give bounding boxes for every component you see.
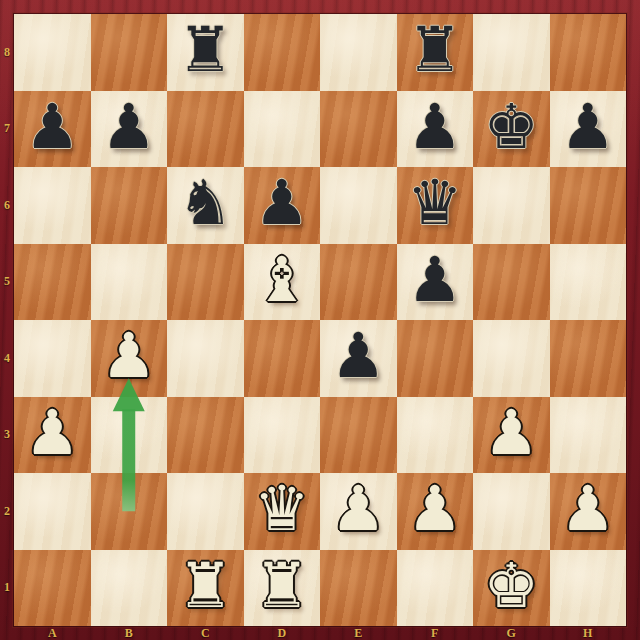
- square-a3[interactable]: ♟: [14, 397, 91, 474]
- white-king-g1: ♚: [483, 548, 539, 625]
- square-f3[interactable]: [397, 397, 474, 474]
- square-a7[interactable]: ♟: [14, 91, 91, 168]
- black-knight-c6: ♞: [177, 165, 233, 242]
- square-c7[interactable]: [167, 91, 244, 168]
- white-pawn-b4: ♟: [101, 318, 157, 395]
- square-g1[interactable]: ♚: [473, 550, 550, 627]
- file-label-c: C: [167, 626, 244, 640]
- black-pawn-f5: ♟: [407, 242, 463, 319]
- white-pawn-h2: ♟: [560, 471, 616, 548]
- square-a4[interactable]: [14, 320, 91, 397]
- square-a8[interactable]: [14, 14, 91, 91]
- black-queen-f6: ♛: [407, 165, 463, 242]
- black-rook-f8: ♜: [407, 12, 463, 89]
- square-f4[interactable]: [397, 320, 474, 397]
- square-c6[interactable]: ♞: [167, 167, 244, 244]
- file-label-h: H: [550, 626, 627, 640]
- square-d3[interactable]: [244, 397, 321, 474]
- square-h5[interactable]: [550, 244, 627, 321]
- square-d6[interactable]: ♟: [244, 167, 321, 244]
- square-h4[interactable]: [550, 320, 627, 397]
- square-g5[interactable]: [473, 244, 550, 321]
- square-d2[interactable]: ♛: [244, 473, 321, 550]
- rank-label-7: 7: [0, 91, 14, 168]
- square-g6[interactable]: [473, 167, 550, 244]
- file-label-e: E: [320, 626, 397, 640]
- square-f8[interactable]: ♜: [397, 14, 474, 91]
- square-g8[interactable]: [473, 14, 550, 91]
- square-a1[interactable]: [14, 550, 91, 627]
- square-e5[interactable]: [320, 244, 397, 321]
- square-g2[interactable]: [473, 473, 550, 550]
- square-f5[interactable]: ♟: [397, 244, 474, 321]
- rank-label-5: 5: [0, 244, 14, 321]
- square-d8[interactable]: [244, 14, 321, 91]
- white-rook-c1: ♜: [177, 548, 233, 625]
- square-c1[interactable]: ♜: [167, 550, 244, 627]
- square-g4[interactable]: [473, 320, 550, 397]
- rank-label-8: 8: [0, 14, 14, 91]
- black-king-g7: ♚: [483, 89, 539, 166]
- square-b7[interactable]: ♟: [91, 91, 168, 168]
- white-queen-d2: ♛: [254, 471, 310, 548]
- square-d5[interactable]: ♝: [244, 244, 321, 321]
- square-f1[interactable]: [397, 550, 474, 627]
- square-b8[interactable]: [91, 14, 168, 91]
- square-e2[interactable]: ♟: [320, 473, 397, 550]
- square-a2[interactable]: [14, 473, 91, 550]
- file-label-d: D: [244, 626, 321, 640]
- square-h8[interactable]: [550, 14, 627, 91]
- square-d4[interactable]: [244, 320, 321, 397]
- file-label-a: A: [14, 626, 91, 640]
- file-label-g: G: [473, 626, 550, 640]
- rank-label-1: 1: [0, 550, 14, 627]
- square-e6[interactable]: [320, 167, 397, 244]
- black-pawn-h7: ♟: [560, 89, 616, 166]
- square-c8[interactable]: ♜: [167, 14, 244, 91]
- square-b1[interactable]: [91, 550, 168, 627]
- black-pawn-a7: ♟: [24, 89, 80, 166]
- square-e7[interactable]: [320, 91, 397, 168]
- square-e8[interactable]: [320, 14, 397, 91]
- square-h1[interactable]: [550, 550, 627, 627]
- black-pawn-e4: ♟: [330, 318, 386, 395]
- square-f2[interactable]: ♟: [397, 473, 474, 550]
- white-bishop-d5: ♝: [254, 242, 310, 319]
- white-pawn-e2: ♟: [330, 471, 386, 548]
- square-g7[interactable]: ♚: [473, 91, 550, 168]
- square-b2[interactable]: [91, 473, 168, 550]
- rank-label-4: 4: [0, 320, 14, 397]
- white-pawn-g3: ♟: [483, 395, 539, 472]
- board-squares: ♜♜♟♟♟♚♟♞♟♛♝♟♟♟♟♟♛♟♟♟♜♜♚: [14, 14, 626, 626]
- square-d7[interactable]: [244, 91, 321, 168]
- square-c4[interactable]: [167, 320, 244, 397]
- file-label-f: F: [397, 626, 474, 640]
- square-c5[interactable]: [167, 244, 244, 321]
- square-e3[interactable]: [320, 397, 397, 474]
- square-a5[interactable]: [14, 244, 91, 321]
- square-h6[interactable]: [550, 167, 627, 244]
- square-h3[interactable]: [550, 397, 627, 474]
- square-h7[interactable]: ♟: [550, 91, 627, 168]
- rank-label-6: 6: [0, 167, 14, 244]
- square-b3[interactable]: [91, 397, 168, 474]
- rank-label-3: 3: [0, 397, 14, 474]
- square-b6[interactable]: [91, 167, 168, 244]
- file-label-b: B: [91, 626, 168, 640]
- black-rook-c8: ♜: [177, 12, 233, 89]
- square-h2[interactable]: ♟: [550, 473, 627, 550]
- square-f6[interactable]: ♛: [397, 167, 474, 244]
- white-pawn-a3: ♟: [24, 395, 80, 472]
- square-c3[interactable]: [167, 397, 244, 474]
- chess-diagram: ♜♜♟♟♟♚♟♞♟♛♝♟♟♟♟♟♛♟♟♟♜♜♚ 87654321ABCDEFGH: [0, 0, 640, 640]
- white-rook-d1: ♜: [254, 548, 310, 625]
- square-c2[interactable]: [167, 473, 244, 550]
- square-b5[interactable]: [91, 244, 168, 321]
- black-pawn-f7: ♟: [407, 89, 463, 166]
- square-e4[interactable]: ♟: [320, 320, 397, 397]
- rank-label-2: 2: [0, 473, 14, 550]
- square-b4[interactable]: ♟: [91, 320, 168, 397]
- square-g3[interactable]: ♟: [473, 397, 550, 474]
- square-a6[interactable]: [14, 167, 91, 244]
- black-pawn-d6: ♟: [254, 165, 310, 242]
- black-pawn-b7: ♟: [101, 89, 157, 166]
- square-e1[interactable]: [320, 550, 397, 627]
- white-pawn-f2: ♟: [407, 471, 463, 548]
- square-f7[interactable]: ♟: [397, 91, 474, 168]
- square-d1[interactable]: ♜: [244, 550, 321, 627]
